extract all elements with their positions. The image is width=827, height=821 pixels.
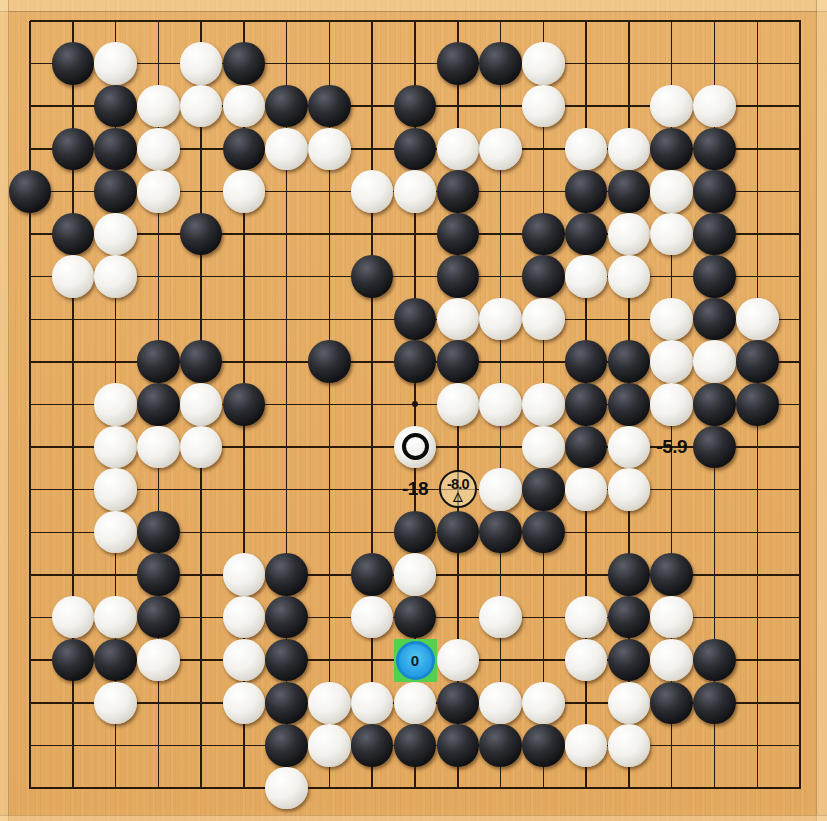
- white-stone: [522, 383, 565, 426]
- black-stone: [650, 128, 693, 171]
- white-stone: [522, 426, 565, 469]
- best-move-circle-icon[interactable]: 0: [396, 641, 435, 680]
- white-stone: [223, 596, 266, 639]
- white-stone: [180, 426, 223, 469]
- black-stone: [265, 724, 308, 767]
- white-stone: [479, 298, 522, 341]
- white-stone: [479, 383, 522, 426]
- black-stone: [608, 639, 651, 682]
- black-stone: [522, 255, 565, 298]
- black-stone: [565, 340, 608, 383]
- circle-marker-icon: [402, 433, 429, 460]
- white-stone: [479, 682, 522, 725]
- black-stone: [479, 42, 522, 85]
- white-stone: [736, 298, 779, 341]
- white-stone: [608, 468, 651, 511]
- white-stone: [94, 596, 137, 639]
- black-stone: [650, 553, 693, 596]
- triangle-icon: △: [453, 490, 462, 502]
- white-stone: [180, 42, 223, 85]
- black-stone: [94, 170, 137, 213]
- black-stone: [351, 724, 394, 767]
- white-stone: [522, 682, 565, 725]
- black-stone: [693, 383, 736, 426]
- black-stone: [565, 170, 608, 213]
- white-stone: [265, 128, 308, 171]
- white-stone: [137, 426, 180, 469]
- best-move-square[interactable]: 0: [394, 639, 437, 682]
- white-stone: [650, 383, 693, 426]
- white-stone: [137, 170, 180, 213]
- black-stone: [394, 596, 437, 639]
- black-stone: [479, 511, 522, 554]
- black-stone: [94, 639, 137, 682]
- black-stone: [437, 724, 480, 767]
- black-stone: [52, 639, 95, 682]
- black-stone: [437, 682, 480, 725]
- white-stone: [608, 724, 651, 767]
- score-label-text: -18: [402, 478, 428, 500]
- black-stone: [94, 128, 137, 171]
- white-stone: [94, 383, 137, 426]
- black-stone: [265, 596, 308, 639]
- stones-layer: -18-8.0△-5.90: [9, 0, 822, 809]
- black-stone: [137, 596, 180, 639]
- white-stone: [94, 42, 137, 85]
- white-stone: [522, 298, 565, 341]
- white-stone: [565, 128, 608, 171]
- black-stone: [522, 511, 565, 554]
- black-stone: [180, 213, 223, 256]
- white-stone: [650, 340, 693, 383]
- black-stone: [437, 511, 480, 554]
- black-stone: [52, 128, 95, 171]
- black-stone: [265, 553, 308, 596]
- black-stone: [52, 213, 95, 256]
- white-stone: [479, 596, 522, 639]
- black-stone: [650, 682, 693, 725]
- score-label-text: -5.9: [656, 436, 687, 458]
- white-stone: [223, 682, 266, 725]
- black-stone: [522, 724, 565, 767]
- white-stone: [650, 298, 693, 341]
- white-stone: [94, 255, 137, 298]
- white-stone: [180, 85, 223, 128]
- score-label: -18: [394, 468, 437, 511]
- white-stone: [137, 639, 180, 682]
- white-stone: [608, 213, 651, 256]
- white-stone: [479, 468, 522, 511]
- black-stone: [608, 596, 651, 639]
- white-stone: [650, 596, 693, 639]
- white-stone: [223, 170, 266, 213]
- black-stone: [394, 128, 437, 171]
- white-stone: [437, 298, 480, 341]
- white-stone: [265, 767, 308, 810]
- black-stone: [308, 85, 351, 128]
- white-stone: [94, 213, 137, 256]
- black-stone: [522, 468, 565, 511]
- white-stone: [394, 682, 437, 725]
- white-stone: [308, 128, 351, 171]
- white-stone: [223, 85, 266, 128]
- black-stone: [351, 255, 394, 298]
- white-stone: [94, 511, 137, 554]
- white-stone: [608, 682, 651, 725]
- black-stone: [265, 682, 308, 725]
- black-stone: [736, 340, 779, 383]
- black-stone: [137, 553, 180, 596]
- black-stone: [223, 42, 266, 85]
- black-stone: [223, 128, 266, 171]
- white-stone: [137, 85, 180, 128]
- black-stone: [437, 42, 480, 85]
- white-stone: [351, 596, 394, 639]
- black-stone: [693, 682, 736, 725]
- black-stone: [394, 340, 437, 383]
- black-stone: [693, 298, 736, 341]
- white-stone: [437, 128, 480, 171]
- black-stone: [693, 426, 736, 469]
- candidate-circle-icon[interactable]: -8.0△: [439, 470, 477, 508]
- black-stone: [265, 85, 308, 128]
- black-stone: [608, 553, 651, 596]
- white-stone: [52, 596, 95, 639]
- white-stone: [394, 170, 437, 213]
- black-stone: [608, 383, 651, 426]
- last-move-marker: [394, 426, 437, 469]
- white-stone: [394, 553, 437, 596]
- black-stone: [308, 340, 351, 383]
- best-move-marker[interactable]: 0: [394, 639, 437, 682]
- black-stone: [608, 340, 651, 383]
- black-stone: [565, 213, 608, 256]
- white-stone: [308, 724, 351, 767]
- white-stone: [650, 170, 693, 213]
- black-stone: [223, 383, 266, 426]
- white-stone: [650, 213, 693, 256]
- black-stone: [437, 255, 480, 298]
- black-stone: [437, 340, 480, 383]
- white-stone: [565, 639, 608, 682]
- white-stone: [180, 383, 223, 426]
- black-stone: [351, 553, 394, 596]
- white-stone: [565, 468, 608, 511]
- black-stone: [265, 639, 308, 682]
- black-stone: [52, 42, 95, 85]
- black-stone: [437, 213, 480, 256]
- black-stone: [693, 128, 736, 171]
- white-stone: [94, 682, 137, 725]
- black-stone: [693, 170, 736, 213]
- white-stone: [437, 383, 480, 426]
- white-stone: [650, 85, 693, 128]
- black-stone: [94, 85, 137, 128]
- white-stone: [608, 426, 651, 469]
- white-stone: [565, 724, 608, 767]
- black-stone: [180, 340, 223, 383]
- board-frame-bottom: [0, 815, 827, 821]
- white-stone: [308, 682, 351, 725]
- white-stone: [223, 639, 266, 682]
- white-stone: [351, 170, 394, 213]
- black-stone: [437, 170, 480, 213]
- white-stone: [94, 468, 137, 511]
- black-stone: [479, 724, 522, 767]
- black-stone: [565, 383, 608, 426]
- black-stone: [522, 213, 565, 256]
- white-stone: [479, 128, 522, 171]
- white-stone: [693, 85, 736, 128]
- go-board[interactable]: -18-8.0△-5.90: [0, 0, 827, 821]
- white-stone: [137, 128, 180, 171]
- white-stone: [608, 128, 651, 171]
- black-stone: [137, 383, 180, 426]
- black-stone: [693, 213, 736, 256]
- white-stone: [223, 553, 266, 596]
- best-move-score-text: 0: [411, 652, 419, 669]
- black-stone: [693, 255, 736, 298]
- score-label: -5.9: [650, 426, 693, 469]
- white-stone: [693, 340, 736, 383]
- black-stone: [137, 511, 180, 554]
- black-stone: [608, 170, 651, 213]
- black-stone: [137, 340, 180, 383]
- black-stone: [394, 298, 437, 341]
- black-stone: [736, 383, 779, 426]
- white-stone: [522, 42, 565, 85]
- white-stone: [650, 639, 693, 682]
- candidate-move-marker[interactable]: -8.0△: [437, 468, 480, 511]
- white-stone: [608, 255, 651, 298]
- white-stone: [565, 255, 608, 298]
- black-stone: [394, 85, 437, 128]
- black-stone: [394, 511, 437, 554]
- black-stone: [565, 426, 608, 469]
- black-stone: [394, 724, 437, 767]
- white-stone: [94, 426, 137, 469]
- black-stone: [9, 170, 52, 213]
- white-stone: [52, 255, 95, 298]
- white-stone: [437, 639, 480, 682]
- white-stone: [565, 596, 608, 639]
- black-stone: [693, 639, 736, 682]
- white-stone: [351, 682, 394, 725]
- white-stone: [522, 85, 565, 128]
